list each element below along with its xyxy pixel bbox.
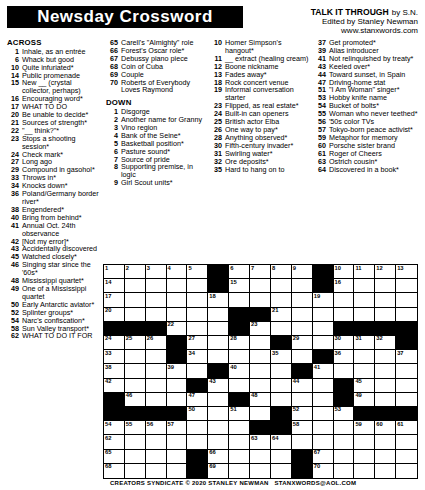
cell-r8c9[interactable]: [271, 364, 292, 378]
cell-r1c12[interactable]: 10: [334, 265, 355, 279]
cell-r6c2[interactable]: 25: [125, 336, 146, 350]
cell-r14c11[interactable]: 67: [313, 450, 334, 464]
cell-r12c2[interactable]: 55: [125, 421, 146, 435]
cell-r4c4[interactable]: [167, 308, 188, 322]
cell-number: 47: [188, 392, 194, 399]
cell-r3c8[interactable]: [250, 293, 271, 307]
cell-r15c14[interactable]: [375, 464, 396, 478]
black-cell-r11c4: [167, 407, 188, 421]
cell-r12c4[interactable]: 57: [167, 421, 188, 435]
cell-r2c9[interactable]: [271, 279, 292, 293]
cell-r11c6[interactable]: [208, 407, 229, 421]
black-cell-r11c15: [396, 407, 417, 421]
cell-r1c9[interactable]: 8: [271, 265, 292, 279]
cell-r14c14[interactable]: [375, 450, 396, 464]
cell-r12c11[interactable]: [313, 421, 334, 435]
cell-r13c8[interactable]: 63: [250, 435, 271, 449]
black-cell-r11c1: [104, 407, 125, 421]
black-cell-r2c6: [208, 279, 229, 293]
black-cell-r5c1: [104, 322, 125, 336]
cell-r1c1[interactable]: 1: [104, 265, 125, 279]
cell-r15c8[interactable]: [250, 464, 271, 478]
cell-r7c6[interactable]: [208, 350, 229, 364]
cell-r5c9[interactable]: [271, 322, 292, 336]
cell-r13c13[interactable]: [354, 435, 375, 449]
black-cell-r15c10: [292, 464, 313, 478]
clue-text: Informal conversation starter: [225, 85, 294, 102]
cell-r13c12[interactable]: [334, 435, 355, 449]
cell-number: 26: [147, 335, 153, 342]
cell-r7c14[interactable]: [375, 350, 396, 364]
cell-r13c1[interactable]: 62: [104, 435, 125, 449]
cell-r7c15[interactable]: 37: [396, 350, 417, 364]
cell-r13c3[interactable]: [146, 435, 167, 449]
cell-r9c6[interactable]: 43: [208, 379, 229, 393]
cell-r12c1[interactable]: 54: [104, 421, 125, 435]
cell-r3c4[interactable]: [167, 293, 188, 307]
clue-number: 10: [210, 39, 222, 47]
cell-r2c14[interactable]: [375, 279, 396, 293]
cell-r15c7[interactable]: [229, 464, 250, 478]
cell-r9c7[interactable]: [229, 379, 250, 393]
black-cell-r2c11: [313, 279, 334, 293]
cell-r13c11[interactable]: [313, 435, 334, 449]
clue-text: Hard to hang on to: [225, 165, 285, 174]
cell-r2c1[interactable]: 14: [104, 279, 125, 293]
cell-r13c15[interactable]: [396, 435, 417, 449]
cell-number: 65: [105, 449, 111, 456]
cell-r9c1[interactable]: 42: [104, 379, 125, 393]
cell-number: 40: [230, 364, 236, 371]
cell-number: 8: [272, 265, 275, 272]
cell-r6c7[interactable]: 28: [229, 336, 250, 350]
cell-r11c7[interactable]: 51: [229, 407, 250, 421]
cell-number: 52: [293, 406, 299, 413]
cell-r10c13[interactable]: 49: [354, 393, 375, 407]
cell-r9c4[interactable]: [167, 379, 188, 393]
black-cell-r14c5: [187, 450, 208, 464]
clue-text: Singing star since the '60s*: [22, 260, 91, 277]
cell-r9c15[interactable]: [396, 379, 417, 393]
cell-r12c12[interactable]: [334, 421, 355, 435]
cell-r10c4[interactable]: [167, 393, 188, 407]
cell-r14c1[interactable]: 65: [104, 450, 125, 464]
black-cell-r11c14: [375, 407, 396, 421]
cell-r14c8[interactable]: [250, 450, 271, 464]
cell-r3c3[interactable]: [146, 293, 167, 307]
cell-r15c3[interactable]: [146, 464, 167, 478]
cell-r10c5[interactable]: 47: [187, 393, 208, 407]
cell-r8c8[interactable]: [250, 364, 271, 378]
cell-r1c7[interactable]: 6: [229, 265, 250, 279]
cell-r4c14[interactable]: [375, 308, 396, 322]
down-clues-column-4: 37Get promoted*39Alias introducer41Not r…: [314, 39, 422, 173]
cell-r5c11[interactable]: [313, 322, 334, 336]
cell-r7c8[interactable]: [250, 350, 271, 364]
cell-r2c4[interactable]: [167, 279, 188, 293]
cell-r3c11[interactable]: 19: [313, 293, 334, 307]
cell-r11c5[interactable]: 50: [187, 407, 208, 421]
cell-r1c5[interactable]: 5: [187, 265, 208, 279]
cell-r5c5[interactable]: [187, 322, 208, 336]
cell-r9c2[interactable]: [125, 379, 146, 393]
cell-r14c13[interactable]: [354, 450, 375, 464]
cell-r15c6[interactable]: 69: [208, 464, 229, 478]
clue-text: Stops a shooting session*: [22, 134, 76, 151]
cell-r6c6[interactable]: [208, 336, 229, 350]
cell-r2c15[interactable]: [396, 279, 417, 293]
clue-number: 9: [106, 179, 118, 187]
cell-r5c10[interactable]: [292, 322, 313, 336]
cell-r13c6[interactable]: [208, 435, 229, 449]
cell-r14c2[interactable]: [125, 450, 146, 464]
cell-r10c15[interactable]: [396, 393, 417, 407]
cell-r9c9[interactable]: [271, 379, 292, 393]
puzzle-byline: by S.N.: [392, 8, 418, 17]
cell-r14c12[interactable]: [334, 450, 355, 464]
cell-r8c12[interactable]: [334, 364, 355, 378]
cell-r10c6[interactable]: [208, 393, 229, 407]
clue-number: 41: [7, 222, 19, 230]
cell-r2c13[interactable]: [354, 279, 375, 293]
black-cell-r5c2: [125, 322, 146, 336]
cell-number: 69: [209, 463, 215, 470]
cell-r9c3[interactable]: [146, 379, 167, 393]
cell-r6c3[interactable]: 26: [146, 336, 167, 350]
cell-r8c2[interactable]: [125, 364, 146, 378]
cell-number: 12: [376, 265, 382, 272]
cell-r15c15[interactable]: [396, 464, 417, 478]
cell-r5c8[interactable]: 23: [250, 322, 271, 336]
cell-r11c8[interactable]: [250, 407, 271, 421]
clue-text: Supporting premise, in logic: [121, 162, 193, 179]
cell-r12c13[interactable]: 59: [354, 421, 375, 435]
cell-r2c10[interactable]: [292, 279, 313, 293]
black-cell-r5c7: [229, 322, 250, 336]
black-cell-r12c8: [250, 421, 271, 435]
cell-r14c15[interactable]: [396, 450, 417, 464]
cell-r8c3[interactable]: [146, 364, 167, 378]
cell-r8c5[interactable]: [187, 364, 208, 378]
cell-number: 9: [293, 265, 296, 272]
cell-r10c14[interactable]: [375, 393, 396, 407]
cell-number: 1: [105, 265, 108, 272]
cell-r1c4[interactable]: 4: [167, 265, 188, 279]
cell-r1c14[interactable]: 12: [375, 265, 396, 279]
cell-r15c2[interactable]: [125, 464, 146, 478]
cell-number: 49: [355, 392, 361, 399]
cell-r12c3[interactable]: 56: [146, 421, 167, 435]
cell-r10c2[interactable]: 46: [125, 393, 146, 407]
black-cell-r11c13: [354, 407, 375, 421]
cell-r3c13[interactable]: [354, 293, 375, 307]
cell-r8c13[interactable]: [354, 364, 375, 378]
cell-r1c3[interactable]: 3: [146, 265, 167, 279]
cell-r4c6[interactable]: [208, 308, 229, 322]
syndicate-footer: CREATORS SYNDICATE © 2020 STANLEY NEWMAN…: [110, 480, 356, 486]
cell-number: 15: [230, 279, 236, 286]
cell-r3c6[interactable]: 18: [208, 293, 229, 307]
cell-r13c5[interactable]: [187, 435, 208, 449]
cell-r7c7[interactable]: [229, 350, 250, 364]
cell-number: 58: [293, 421, 299, 428]
cell-r13c2[interactable]: [125, 435, 146, 449]
crossword-grid: 1234567891011121314151617181920212223242…: [103, 264, 418, 479]
cell-number: 6: [230, 265, 233, 272]
cell-r4c13[interactable]: [354, 308, 375, 322]
cell-r7c13[interactable]: [354, 350, 375, 364]
black-cell-r5c3: [146, 322, 167, 336]
black-cell-r14c10: [292, 450, 313, 464]
cell-number: 11: [355, 265, 361, 272]
cell-r7c5[interactable]: 34: [187, 350, 208, 364]
clue-across-41: 41Annual Oct. 24th observance: [7, 222, 101, 238]
clue-down-8: 8Supporting premise, in logic: [106, 163, 206, 179]
cell-number: 25: [126, 335, 132, 342]
black-cell-r9c5: [187, 379, 208, 393]
cell-r13c14[interactable]: [375, 435, 396, 449]
cell-r4c9[interactable]: 21: [271, 308, 292, 322]
clue-number: 8: [106, 163, 118, 171]
across-clue-list-2: 65Carell's "Almighty" role66Forest's Osc…: [106, 39, 206, 94]
cell-number: 54: [105, 421, 111, 428]
black-cell-r10c12: [334, 393, 355, 407]
cell-number: 13: [397, 265, 403, 272]
cell-number: 66: [209, 449, 215, 456]
cell-number: 16: [335, 279, 341, 286]
clue-number: 70: [106, 79, 118, 87]
cell-r10c8[interactable]: 48: [250, 393, 271, 407]
cell-r14c9[interactable]: [271, 450, 292, 464]
clue-number: 23: [7, 135, 19, 143]
cell-r2c2[interactable]: [125, 279, 146, 293]
cell-r14c6[interactable]: 66: [208, 450, 229, 464]
cell-number: 70: [314, 463, 320, 470]
cell-r10c9[interactable]: [271, 393, 292, 407]
cell-number: 59: [355, 421, 361, 428]
cell-r3c1[interactable]: 17: [104, 293, 125, 307]
cell-number: 68: [105, 463, 111, 470]
cell-number: 33: [105, 350, 111, 357]
cell-r2c8[interactable]: [250, 279, 271, 293]
cell-r12c6[interactable]: [208, 421, 229, 435]
across-clues-column-1: ACROSS 1Inhale, as an entrée6Whack but g…: [7, 39, 101, 340]
cell-r4c15[interactable]: [396, 308, 417, 322]
cell-r1c8[interactable]: 7: [250, 265, 271, 279]
cell-r9c14[interactable]: [375, 379, 396, 393]
cell-r7c9[interactable]: 35: [271, 350, 292, 364]
cell-r3c9[interactable]: [271, 293, 292, 307]
cell-r14c3[interactable]: [146, 450, 167, 464]
clue-text: New __ (crystal collector, perhaps): [22, 78, 81, 95]
cell-r4c2[interactable]: [125, 308, 146, 322]
black-cell-r7c4: [167, 350, 188, 364]
cell-r12c14[interactable]: 60: [375, 421, 396, 435]
cell-r6c11[interactable]: [313, 336, 334, 350]
cell-r4c10[interactable]: [292, 308, 313, 322]
cell-r3c12[interactable]: [334, 293, 355, 307]
cell-r7c2[interactable]: [125, 350, 146, 364]
cell-r4c5[interactable]: [187, 308, 208, 322]
black-cell-r8c6: [208, 364, 229, 378]
cell-number: 67: [314, 449, 320, 456]
black-cell-r9c12: [334, 379, 355, 393]
black-cell-r5c15: [396, 322, 417, 336]
cell-number: 14: [105, 279, 111, 286]
cell-r6c14[interactable]: 32: [375, 336, 396, 350]
cell-r15c11[interactable]: 70: [313, 464, 334, 478]
cell-r1c10[interactable]: 9: [292, 265, 313, 279]
black-cell-r11c9: [271, 407, 292, 421]
cell-r1c2[interactable]: 2: [125, 265, 146, 279]
copyright-text: CREATORS SYNDICATE © 2020 STANLEY NEWMAN: [110, 480, 269, 486]
cell-number: 4: [168, 265, 171, 272]
cell-number: 51: [230, 406, 236, 413]
across-clue-list-1: 1Inhale, as an entrée6Whack but good10Qu…: [7, 48, 101, 341]
cell-r15c13[interactable]: [354, 464, 375, 478]
clue-number: 19: [210, 86, 222, 94]
down-clue-list-1: 1Disgorge2Another name for Granny3Vino r…: [106, 108, 206, 187]
cell-number: 23: [251, 321, 257, 328]
clue-across-23: 23Stops a shooting session*: [7, 135, 101, 151]
black-cell-r5c13: [354, 322, 375, 336]
cell-r12c7[interactable]: [229, 421, 250, 435]
down-clues-column-3: 10Homer Simpson's hangout*11__ extract (…: [210, 39, 311, 173]
cell-r3c5[interactable]: [187, 293, 208, 307]
clue-down-35: 35Hard to hang on to: [210, 166, 311, 174]
cell-r7c3[interactable]: [146, 350, 167, 364]
cell-r14c7[interactable]: [229, 450, 250, 464]
cell-r9c11[interactable]: [313, 379, 334, 393]
cell-r4c11[interactable]: [313, 308, 334, 322]
cell-r3c14[interactable]: [375, 293, 396, 307]
cell-r2c3[interactable]: [146, 279, 167, 293]
cell-r12c15[interactable]: 61: [396, 421, 417, 435]
cell-r13c10[interactable]: [292, 435, 313, 449]
cell-r12c10[interactable]: 58: [292, 421, 313, 435]
clue-across-62: 62WHAT TO DO IT FOR: [7, 332, 101, 340]
header-right: TALK IT THROUGHby S.N. Edited by Stanley…: [311, 8, 418, 35]
cell-r2c7[interactable]: 15: [229, 279, 250, 293]
cell-r15c1[interactable]: 68: [104, 464, 125, 478]
cell-r10c3[interactable]: [146, 393, 167, 407]
cell-r9c13[interactable]: 45: [354, 379, 375, 393]
black-cell-r12c9: [271, 421, 292, 435]
clue-text: Discovered in a book*: [329, 165, 399, 174]
black-cell-r6c9: [271, 336, 292, 350]
clues-column-2: 65Carell's "Almighty" role66Forest's Osc…: [106, 39, 206, 187]
cell-r6c8[interactable]: [250, 336, 271, 350]
cell-number: 57: [168, 421, 174, 428]
black-cell-r11c2: [125, 407, 146, 421]
cell-r4c12[interactable]: [334, 308, 355, 322]
clue-number: 15: [7, 79, 19, 87]
cell-r12c5[interactable]: [187, 421, 208, 435]
black-cell-r5c12: [334, 322, 355, 336]
contact-email: STANXWORDS@AOL.COM: [275, 480, 357, 486]
cell-number: 31: [355, 335, 361, 342]
cell-number: 39: [168, 364, 174, 371]
cell-number: 45: [355, 378, 361, 385]
cell-number: 17: [105, 293, 111, 300]
cell-r11c12[interactable]: 53: [334, 407, 355, 421]
cell-r13c7[interactable]: [229, 435, 250, 449]
cell-r3c15[interactable]: [396, 293, 417, 307]
cell-r15c12[interactable]: [334, 464, 355, 478]
cell-r1c13[interactable]: 11: [354, 265, 375, 279]
cell-r7c1[interactable]: 33: [104, 350, 125, 364]
cell-r6c1[interactable]: 24: [104, 336, 125, 350]
cell-r6c5[interactable]: 27: [187, 336, 208, 350]
cell-r14c4[interactable]: [167, 450, 188, 464]
cell-r3c2[interactable]: [125, 293, 146, 307]
cell-r6c12[interactable]: 30: [334, 336, 355, 350]
black-cell-r8c10: [292, 364, 313, 378]
cell-r8c1[interactable]: 38: [104, 364, 125, 378]
cell-number: 50: [188, 406, 194, 413]
cell-number: 53: [335, 406, 341, 413]
cell-r9c8[interactable]: [250, 379, 271, 393]
clue-text: Poland/Germany border river*: [22, 189, 99, 206]
cell-r8c7[interactable]: 40: [229, 364, 250, 378]
clue-text: Homer Simpson's hangout*: [225, 38, 282, 55]
cell-r15c9[interactable]: [271, 464, 292, 478]
cell-number: 27: [188, 335, 194, 342]
cell-r15c4[interactable]: [167, 464, 188, 478]
cell-r7c12[interactable]: 36: [334, 350, 355, 364]
cell-number: 3: [147, 265, 150, 272]
cell-r8c4[interactable]: 39: [167, 364, 188, 378]
cell-r3c10[interactable]: [292, 293, 313, 307]
cell-r5c4[interactable]: 22: [167, 322, 188, 336]
website-link[interactable]: www.stanxwords.com: [311, 27, 418, 36]
cell-r5c6[interactable]: [208, 322, 229, 336]
cell-r6c13[interactable]: 31: [354, 336, 375, 350]
black-cell-r5c14: [375, 322, 396, 336]
cell-number: 37: [397, 350, 403, 357]
cell-r13c9[interactable]: 64: [271, 435, 292, 449]
clue-down-64: 64Discovered in a book*: [314, 166, 422, 174]
cell-r10c11[interactable]: [313, 393, 334, 407]
cell-r2c5[interactable]: [187, 279, 208, 293]
black-cell-r10c7: [229, 393, 250, 407]
cell-r6c10[interactable]: 29: [292, 336, 313, 350]
cell-r3c7[interactable]: [229, 293, 250, 307]
cell-r11c11[interactable]: [313, 407, 334, 421]
cell-r2c12[interactable]: 16: [334, 279, 355, 293]
cell-number: 22: [168, 321, 174, 328]
black-cell-r10c1: [104, 393, 125, 407]
cell-r4c1[interactable]: 20: [104, 308, 125, 322]
clue-across-15: 15New __ (crystal collector, perhaps): [7, 79, 101, 95]
cell-r8c14[interactable]: [375, 364, 396, 378]
cell-number: 18: [209, 293, 215, 300]
cell-r10c10[interactable]: [292, 393, 313, 407]
clue-text: One of a Mississippi quartet: [22, 284, 86, 301]
cell-number: 28: [230, 335, 236, 342]
clue-down-9: 9Girl Scout units*: [106, 179, 206, 187]
cell-number: 35: [272, 350, 278, 357]
cell-r13c4[interactable]: [167, 435, 188, 449]
clue-number: 64: [314, 166, 326, 174]
cell-r11c10[interactable]: 52: [292, 407, 313, 421]
cell-r1c15[interactable]: 13: [396, 265, 417, 279]
cell-r8c15[interactable]: [396, 364, 417, 378]
cell-r4c3[interactable]: [146, 308, 167, 322]
cell-r9c10[interactable]: 44: [292, 379, 313, 393]
cell-r7c10[interactable]: [292, 350, 313, 364]
cell-r8c11[interactable]: 41: [313, 364, 334, 378]
